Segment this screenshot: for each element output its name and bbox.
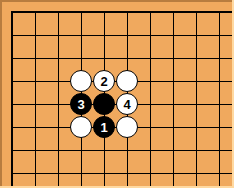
stone-white [70, 116, 92, 138]
board-bevel-bottom [0, 186, 234, 188]
grid-line-vertical [35, 11, 36, 186]
stone-white-move-4: 4 [116, 93, 138, 115]
grid-line-horizontal [11, 173, 232, 174]
board-edge-line-top [11, 11, 232, 13]
grid-line-vertical [196, 11, 197, 186]
stone-white [116, 70, 138, 92]
grid-line-vertical [150, 11, 151, 186]
stone-black-move-1: 1 [93, 116, 115, 138]
go-board: 2341 [0, 0, 234, 188]
grid-line-horizontal [11, 35, 232, 36]
board-bevel-top [0, 0, 234, 2]
stone-white-move-2: 2 [93, 70, 115, 92]
board-edge-line-left [11, 11, 13, 186]
board-bevel-left [0, 0, 2, 188]
move-number-label: 4 [123, 98, 130, 111]
move-number-label: 2 [100, 75, 107, 88]
grid-line-vertical [219, 11, 220, 186]
board-bevel-right [232, 0, 234, 188]
move-number-label: 3 [77, 98, 84, 111]
grid-line-horizontal [11, 150, 232, 151]
move-number-label: 1 [100, 121, 107, 134]
grid-line-vertical [173, 11, 174, 186]
stone-white [70, 70, 92, 92]
grid-line-horizontal [11, 58, 232, 59]
stone-white [116, 116, 138, 138]
grid-line-vertical [58, 11, 59, 186]
stone-black-move-3: 3 [70, 93, 92, 115]
stone-black [93, 93, 115, 115]
